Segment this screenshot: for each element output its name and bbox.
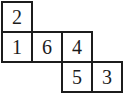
grid-cell: 3: [91, 61, 123, 93]
grid-cell: 1: [1, 31, 33, 63]
grid-cell: 5: [61, 61, 93, 93]
grid-cell: 4: [61, 31, 93, 63]
grid-cell: 6: [31, 31, 63, 63]
grid-cell: 2: [1, 1, 33, 33]
puzzle-board: 216453: [1, 1, 123, 93]
